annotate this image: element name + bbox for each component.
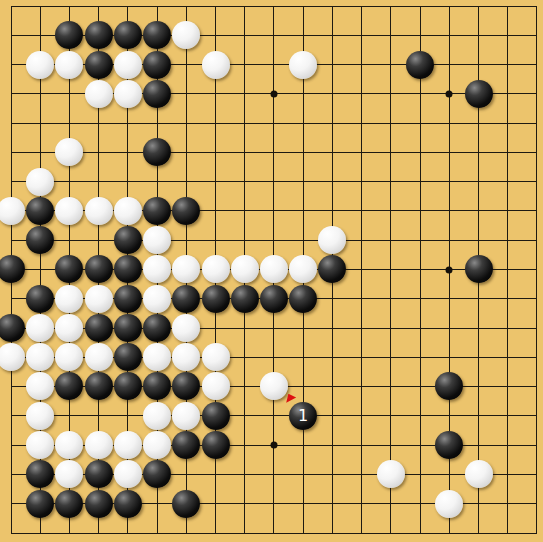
stone-black bbox=[172, 372, 200, 400]
stone-black bbox=[114, 255, 142, 283]
stone-white bbox=[85, 285, 113, 313]
stone-black bbox=[231, 285, 259, 313]
stone-white bbox=[143, 226, 171, 254]
stone-black bbox=[318, 255, 346, 283]
stone-white bbox=[114, 431, 142, 459]
stone-white bbox=[172, 255, 200, 283]
stone-white bbox=[172, 314, 200, 342]
stone-white bbox=[114, 80, 142, 108]
stone-black bbox=[172, 197, 200, 225]
stone-black bbox=[55, 490, 83, 518]
stone-black bbox=[172, 285, 200, 313]
stone-white bbox=[55, 314, 83, 342]
stone-black bbox=[55, 21, 83, 49]
stone-white bbox=[143, 343, 171, 371]
stone-white bbox=[85, 197, 113, 225]
stone-black bbox=[114, 372, 142, 400]
stone-black bbox=[143, 372, 171, 400]
stone-black bbox=[114, 343, 142, 371]
stone-white bbox=[85, 80, 113, 108]
stone-white bbox=[231, 255, 259, 283]
stone-white bbox=[202, 255, 230, 283]
stone-white bbox=[289, 255, 317, 283]
stone-white bbox=[172, 402, 200, 430]
stone-white bbox=[55, 138, 83, 166]
stone-white bbox=[143, 285, 171, 313]
stone-white bbox=[202, 343, 230, 371]
stone-black bbox=[26, 285, 54, 313]
stone-white bbox=[172, 343, 200, 371]
stone-white bbox=[377, 460, 405, 488]
stone-black bbox=[26, 226, 54, 254]
stone-black bbox=[143, 197, 171, 225]
stone-black bbox=[26, 490, 54, 518]
stone-white bbox=[0, 197, 25, 225]
stone-black bbox=[85, 490, 113, 518]
stone-black bbox=[55, 372, 83, 400]
stone-white bbox=[26, 168, 54, 196]
stone-white bbox=[55, 431, 83, 459]
move-number-label: 1 bbox=[289, 402, 317, 430]
stone-black bbox=[260, 285, 288, 313]
stone-white bbox=[26, 343, 54, 371]
stone-white bbox=[55, 285, 83, 313]
stone-black bbox=[85, 51, 113, 79]
go-board[interactable]: 1 bbox=[0, 0, 543, 542]
stone-white bbox=[143, 255, 171, 283]
stone-black bbox=[289, 285, 317, 313]
stone-white bbox=[260, 255, 288, 283]
stone-black bbox=[172, 431, 200, 459]
stone-black bbox=[143, 21, 171, 49]
stone-white bbox=[114, 197, 142, 225]
stone-white bbox=[55, 197, 83, 225]
stone-black bbox=[465, 255, 493, 283]
stone-white bbox=[172, 21, 200, 49]
stone-black bbox=[202, 402, 230, 430]
stone-white bbox=[289, 51, 317, 79]
stone-black bbox=[26, 460, 54, 488]
stone-white bbox=[26, 314, 54, 342]
stone-white bbox=[55, 51, 83, 79]
stone-black bbox=[85, 314, 113, 342]
stone-white bbox=[55, 460, 83, 488]
stone-white bbox=[202, 51, 230, 79]
stone-white bbox=[0, 343, 25, 371]
stone-black bbox=[143, 51, 171, 79]
stone-black bbox=[143, 80, 171, 108]
stone-black bbox=[114, 226, 142, 254]
stone-black bbox=[114, 314, 142, 342]
stone-black bbox=[172, 490, 200, 518]
stone-white bbox=[143, 402, 171, 430]
stone-white bbox=[26, 431, 54, 459]
stone-white bbox=[318, 226, 346, 254]
stone-white bbox=[260, 372, 288, 400]
stone-black bbox=[406, 51, 434, 79]
stone-black bbox=[55, 255, 83, 283]
stone-white bbox=[85, 431, 113, 459]
stone-black bbox=[114, 490, 142, 518]
stone-white bbox=[26, 372, 54, 400]
stone-white bbox=[114, 460, 142, 488]
stone-black bbox=[85, 372, 113, 400]
stone-white bbox=[55, 343, 83, 371]
stone-black bbox=[202, 431, 230, 459]
stone-white bbox=[143, 431, 171, 459]
stone-black bbox=[0, 314, 25, 342]
stone-white bbox=[26, 402, 54, 430]
stone-black bbox=[202, 285, 230, 313]
stone-black bbox=[143, 138, 171, 166]
stone-white bbox=[435, 490, 463, 518]
stone-white bbox=[114, 51, 142, 79]
stone-black bbox=[465, 80, 493, 108]
stone-black bbox=[114, 21, 142, 49]
stone-black bbox=[143, 460, 171, 488]
stone-white bbox=[465, 460, 493, 488]
stone-black bbox=[85, 255, 113, 283]
stone-black bbox=[143, 314, 171, 342]
last-move-stone: 1 bbox=[289, 402, 317, 430]
stone-black bbox=[85, 21, 113, 49]
stone-black bbox=[85, 460, 113, 488]
stones-layer: 1 bbox=[0, 0, 543, 542]
stone-black bbox=[114, 285, 142, 313]
stone-white bbox=[85, 343, 113, 371]
stone-black bbox=[26, 197, 54, 225]
stone-black bbox=[0, 255, 25, 283]
stone-black bbox=[435, 372, 463, 400]
stone-white bbox=[202, 372, 230, 400]
stone-white bbox=[26, 51, 54, 79]
stone-black bbox=[435, 431, 463, 459]
